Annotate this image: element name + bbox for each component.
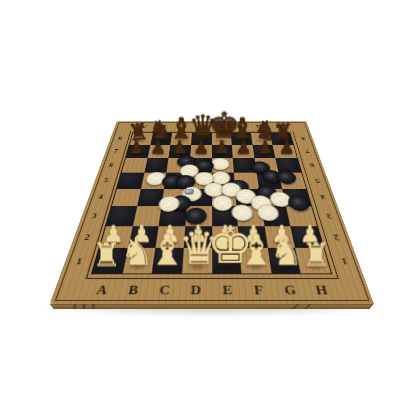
piece-shadow	[192, 151, 208, 156]
square-f1	[239, 248, 271, 273]
square-a6	[121, 158, 147, 172]
rank-label-right-8: 8	[300, 136, 305, 140]
file-label-top-f: F	[237, 123, 243, 128]
rank-label-right-7: 7	[304, 148, 309, 153]
square-d2	[183, 225, 211, 247]
edge-groove-mark	[91, 304, 94, 309]
square-h2	[290, 225, 323, 247]
checker-black	[184, 207, 206, 224]
rank-label-right-2: 2	[332, 233, 340, 241]
piece-shadow	[128, 151, 145, 156]
square-e1	[211, 248, 241, 273]
file-label-top-d: D	[198, 123, 205, 128]
square-e4	[211, 188, 236, 206]
square-d1	[181, 248, 211, 273]
edge-groove-mark	[290, 304, 298, 309]
piece-shadow	[277, 151, 294, 156]
square-a4	[111, 188, 140, 206]
piece-shadow	[235, 151, 252, 156]
square-h4	[282, 188, 311, 206]
piece-shadow	[152, 138, 168, 142]
square-a1	[92, 248, 127, 273]
rank-label-right-4: 4	[319, 194, 325, 200]
rank-label-left-6: 6	[108, 162, 114, 167]
piece-shadow	[214, 151, 230, 156]
rank-label-left-5: 5	[103, 177, 109, 183]
square-c2	[155, 225, 185, 247]
square-f2	[237, 225, 267, 247]
rank-label-left-7: 7	[113, 148, 118, 153]
board-edge-bottom	[49, 303, 373, 308]
file-label-top-g: G	[255, 123, 263, 128]
file-label-top-c: C	[179, 123, 186, 128]
board-scene: AABBCCDDEEFFGGHH8877665544332211♜♞♝♛♚♝♞♜…	[0, 0, 420, 420]
square-a2	[99, 225, 132, 247]
piece-shadow	[213, 138, 229, 142]
square-b4	[136, 188, 164, 206]
piece-shadow	[193, 138, 209, 142]
rank-label-right-6: 6	[308, 162, 314, 167]
file-label-top-e: E	[218, 123, 224, 128]
file-label-bottom-e: E	[222, 282, 232, 295]
rank-label-left-4: 4	[97, 194, 103, 200]
rank-label-left-3: 3	[90, 212, 97, 219]
page: { "game": "chess", "scene_description": …	[0, 0, 420, 420]
file-label-bottom-h: H	[313, 282, 328, 295]
file-label-bottom-g: G	[283, 282, 297, 295]
rank-label-left-1: 1	[75, 256, 83, 265]
square-c1	[151, 248, 183, 273]
piece-shadow	[131, 138, 147, 142]
piece-shadow	[254, 138, 270, 142]
square-g4	[258, 188, 286, 206]
chess-board: AABBCCDDEEFFGGHH8877665544332211♜♞♝♛♚♝♞♜…	[49, 121, 373, 303]
square-h3	[286, 206, 317, 226]
file-label-bottom-c: C	[158, 282, 170, 295]
file-label-bottom-b: B	[127, 282, 139, 295]
rank-label-right-3: 3	[325, 212, 332, 219]
file-label-bottom-d: D	[190, 282, 201, 295]
file-label-top-a: A	[140, 123, 148, 128]
piece-shadow	[149, 151, 166, 156]
square-h1	[295, 248, 330, 273]
rank-label-right-1: 1	[339, 256, 347, 265]
square-b2	[127, 225, 158, 247]
square-d4	[186, 188, 211, 206]
square-b6	[144, 158, 169, 172]
square-a5	[117, 172, 144, 188]
square-e2	[211, 225, 239, 247]
piece-shadow	[256, 151, 273, 156]
square-f4	[235, 188, 261, 206]
piece-shadow	[274, 138, 290, 142]
rank-label-left-2: 2	[83, 233, 91, 241]
square-h6	[275, 158, 301, 172]
file-label-bottom-f: F	[253, 282, 263, 295]
square-c3	[158, 206, 186, 226]
playing-area	[90, 132, 332, 274]
edge-groove-mark	[302, 304, 310, 309]
file-label-top-b: B	[159, 123, 166, 128]
piece-shadow	[234, 138, 250, 142]
square-b1	[122, 248, 155, 273]
rank-label-left-8: 8	[117, 136, 122, 140]
file-label-bottom-a: A	[94, 282, 108, 295]
square-a3	[106, 206, 137, 226]
square-b3	[132, 206, 161, 226]
edge-groove-mark	[82, 304, 85, 309]
file-label-top-h: H	[274, 123, 282, 128]
square-c4	[161, 188, 187, 206]
rank-label-right-5: 5	[313, 177, 319, 183]
edge-groove-mark	[73, 304, 76, 309]
piece-shadow	[172, 138, 188, 142]
